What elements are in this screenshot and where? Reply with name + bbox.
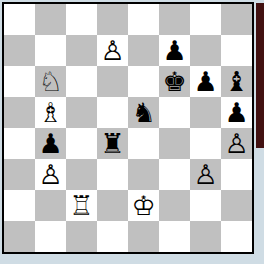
square-d1[interactable]: [97, 221, 128, 252]
square-f4[interactable]: [159, 128, 190, 159]
square-e3[interactable]: [128, 159, 159, 190]
square-c3[interactable]: [66, 159, 97, 190]
square-c8[interactable]: [66, 4, 97, 35]
square-d8[interactable]: [97, 4, 128, 35]
square-a3[interactable]: [4, 159, 35, 190]
square-e5[interactable]: ♞: [128, 97, 159, 128]
square-e7[interactable]: [128, 35, 159, 66]
square-g4[interactable]: [190, 128, 221, 159]
white-pawn: ♙: [35, 159, 66, 190]
square-h2[interactable]: [221, 190, 252, 221]
black-pawn: ♟: [221, 97, 252, 128]
square-g5[interactable]: [190, 97, 221, 128]
square-b5[interactable]: ♗: [35, 97, 66, 128]
square-b6[interactable]: ♘: [35, 66, 66, 97]
square-d5[interactable]: [97, 97, 128, 128]
square-e1[interactable]: [128, 221, 159, 252]
square-f2[interactable]: [159, 190, 190, 221]
square-d3[interactable]: [97, 159, 128, 190]
square-a6[interactable]: [4, 66, 35, 97]
square-h5[interactable]: ♟: [221, 97, 252, 128]
square-d4[interactable]: ♜: [97, 128, 128, 159]
square-b2[interactable]: [35, 190, 66, 221]
square-b4[interactable]: ♟: [35, 128, 66, 159]
square-e8[interactable]: [128, 4, 159, 35]
white-king: ♔: [128, 190, 159, 221]
black-pawn: ♟: [35, 128, 66, 159]
black-king: ♚: [159, 66, 190, 97]
square-b3[interactable]: ♙: [35, 159, 66, 190]
square-f5[interactable]: [159, 97, 190, 128]
chessboard: ♙♟♘♚♟♝♗♞♟♟♜♙♙♙♖♔: [4, 4, 252, 252]
black-pawn: ♟: [159, 35, 190, 66]
square-c6[interactable]: [66, 66, 97, 97]
square-d6[interactable]: [97, 66, 128, 97]
square-c7[interactable]: [66, 35, 97, 66]
square-g8[interactable]: [190, 4, 221, 35]
square-e2[interactable]: ♔: [128, 190, 159, 221]
square-g7[interactable]: [190, 35, 221, 66]
square-h1[interactable]: [221, 221, 252, 252]
square-a1[interactable]: [4, 221, 35, 252]
right-edge-strip: [256, 3, 264, 148]
square-f1[interactable]: [159, 221, 190, 252]
white-knight: ♘: [35, 66, 66, 97]
square-c4[interactable]: [66, 128, 97, 159]
square-d7[interactable]: ♙: [97, 35, 128, 66]
square-h8[interactable]: [221, 4, 252, 35]
white-rook: ♖: [66, 190, 97, 221]
square-h3[interactable]: [221, 159, 252, 190]
square-g6[interactable]: ♟: [190, 66, 221, 97]
square-b7[interactable]: [35, 35, 66, 66]
white-pawn: ♙: [221, 128, 252, 159]
square-c1[interactable]: [66, 221, 97, 252]
white-bishop: ♗: [35, 97, 66, 128]
square-a5[interactable]: [4, 97, 35, 128]
square-b8[interactable]: [35, 4, 66, 35]
square-c5[interactable]: [66, 97, 97, 128]
black-rook: ♜: [97, 128, 128, 159]
chess-diagram: ♙♟♘♚♟♝♗♞♟♟♜♙♙♙♖♔: [0, 0, 264, 264]
square-b1[interactable]: [35, 221, 66, 252]
square-g3[interactable]: ♙: [190, 159, 221, 190]
square-g1[interactable]: [190, 221, 221, 252]
square-a7[interactable]: [4, 35, 35, 66]
white-pawn: ♙: [97, 35, 128, 66]
square-c2[interactable]: ♖: [66, 190, 97, 221]
square-e6[interactable]: [128, 66, 159, 97]
black-knight: ♞: [128, 97, 159, 128]
square-h7[interactable]: [221, 35, 252, 66]
square-a8[interactable]: [4, 4, 35, 35]
square-h6[interactable]: ♝: [221, 66, 252, 97]
square-g2[interactable]: [190, 190, 221, 221]
square-h4[interactable]: ♙: [221, 128, 252, 159]
square-a4[interactable]: [4, 128, 35, 159]
square-e4[interactable]: [128, 128, 159, 159]
black-pawn: ♟: [190, 66, 221, 97]
square-f8[interactable]: [159, 4, 190, 35]
white-pawn: ♙: [190, 159, 221, 190]
black-bishop: ♝: [221, 66, 252, 97]
square-a2[interactable]: [4, 190, 35, 221]
board-frame: ♙♟♘♚♟♝♗♞♟♟♜♙♙♙♖♔: [2, 2, 254, 254]
square-f6[interactable]: ♚: [159, 66, 190, 97]
square-f3[interactable]: [159, 159, 190, 190]
square-f7[interactable]: ♟: [159, 35, 190, 66]
square-d2[interactable]: [97, 190, 128, 221]
